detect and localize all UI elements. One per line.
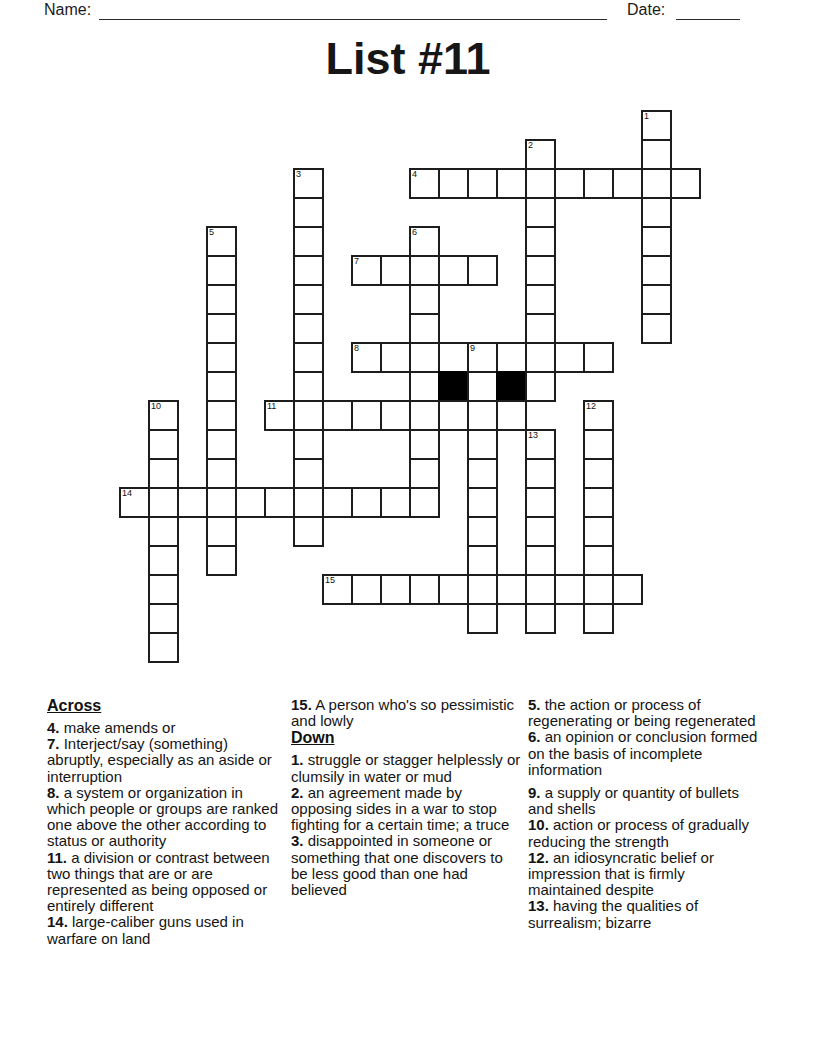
grid-cell-r14-c14[interactable]	[525, 516, 556, 547]
date-blank-line[interactable]	[676, 2, 740, 20]
grid-cell-r12-c14[interactable]	[525, 458, 556, 489]
clue-text: having the qualities of surrealism; biza…	[528, 897, 698, 930]
grid-cell-r2-c17[interactable]	[612, 168, 643, 199]
clue-column-1: Across4. make amends or7. Interject/say …	[47, 697, 283, 947]
clue-num-label: 7.	[47, 735, 60, 752]
grid-cell-r8-c11[interactable]	[438, 342, 469, 373]
grid-cell-r16-c16[interactable]	[583, 574, 614, 605]
grid-cell-r16-c17[interactable]	[612, 574, 643, 605]
grid-cell-r5-c14[interactable]	[525, 255, 556, 286]
grid-cell-r6-c14[interactable]	[525, 284, 556, 315]
grid-cell-r14-c12[interactable]	[467, 516, 498, 547]
clue-10-down: 10. action or process of gradually reduc…	[528, 817, 758, 849]
grid-cell-r7-c10[interactable]	[409, 313, 440, 344]
grid-cell-r5-c12[interactable]	[467, 255, 498, 286]
grid-cell-r13-c12[interactable]	[467, 487, 498, 518]
grid-cell-r8-c10[interactable]	[409, 342, 440, 373]
clue-text: an agreement made by opposing sides in a…	[291, 784, 509, 833]
clue-text: action or process of gradually reducing …	[528, 816, 749, 849]
grid-cell-r13-c6[interactable]	[293, 487, 324, 518]
clue-12-down: 12. an idiosyncratic belief or impressio…	[528, 850, 758, 899]
grid-cell-r5-c10[interactable]	[409, 255, 440, 286]
grid-cell-r17-c1[interactable]	[148, 603, 179, 634]
clue-2-down: 2. an agreement made by opposing sides i…	[291, 785, 523, 834]
grid-cell-r2-c16[interactable]	[583, 168, 614, 199]
grid-cell-r6-c18[interactable]	[641, 284, 672, 315]
clue-number-1: 1	[644, 112, 649, 121]
grid-cell-r15-c1[interactable]	[148, 545, 179, 576]
grid-cell-r2-c18[interactable]	[641, 168, 672, 199]
grid-cell-r13-c7[interactable]	[322, 487, 353, 518]
grid-cell-r10-c12[interactable]	[467, 400, 498, 431]
grid-cell-r7-c18[interactable]	[641, 313, 672, 344]
grid-cell-r16-c8[interactable]	[351, 574, 382, 605]
clue-num-label: 1.	[291, 751, 304, 768]
grid-cell-r12-c3[interactable]	[206, 458, 237, 489]
grid-cell-r13-c3[interactable]	[206, 487, 237, 518]
grid-cell-r8-c9[interactable]	[380, 342, 411, 373]
clue-number-6: 6	[412, 228, 417, 237]
grid-cell-r11-c3[interactable]	[206, 429, 237, 460]
clue-text: struggle or stagger helplessly or clumsi…	[291, 751, 520, 784]
clue-6-down: 6. an opinion or conclusion formed on th…	[528, 729, 758, 778]
clue-text: a division or contrast between two thing…	[47, 849, 270, 915]
grid-cell-r14-c3[interactable]	[206, 516, 237, 547]
clue-num-label: 13.	[528, 897, 549, 914]
grid-cell-r12-c10[interactable]	[409, 458, 440, 489]
grid-cell-r12-c16[interactable]	[583, 458, 614, 489]
grid-cell-r4-c6[interactable]	[293, 226, 324, 257]
clue-3-down: 3. disappointed in someone or something …	[291, 833, 523, 898]
grid-cell-r10-c7[interactable]	[322, 400, 353, 431]
grid-cell-r14-c6[interactable]	[293, 516, 324, 547]
clue-14-across: 14. large-caliber guns used in warfare o…	[47, 914, 283, 946]
grid-cell-r18-c1[interactable]	[148, 632, 179, 663]
grid-cell-r15-c14[interactable]	[525, 545, 556, 576]
date-label: Date:	[627, 1, 665, 19]
grid-cell-r2-c19[interactable]	[670, 168, 701, 199]
clue-13-down: 13. having the qualities of surrealism; …	[528, 898, 758, 930]
grid-cell-r11-c16[interactable]	[583, 429, 614, 460]
grid-cell-r8-c14[interactable]	[525, 342, 556, 373]
grid-cell-r4-c14[interactable]	[525, 226, 556, 257]
grid-cell-r10-c13[interactable]	[496, 400, 527, 431]
clue-1-down: 1. struggle or stagger helplessly or clu…	[291, 752, 523, 784]
grid-cell-r2-c12[interactable]	[467, 168, 498, 199]
grid-cell-r10-c9[interactable]	[380, 400, 411, 431]
grid-cell-r7-c3[interactable]	[206, 313, 237, 344]
clue-number-11: 11	[267, 402, 276, 411]
clue-4-across: 4. make amends or	[47, 720, 283, 736]
grid-cell-r9-c6[interactable]	[293, 371, 324, 402]
clue-7-across: 7. Interject/say (something) abruptly, e…	[47, 736, 283, 785]
clue-number-15: 15	[325, 576, 335, 585]
grid-cell-r12-c12[interactable]	[467, 458, 498, 489]
grid-cell-r10-c6[interactable]	[293, 400, 324, 431]
grid-cell-r16-c12[interactable]	[467, 574, 498, 605]
clue-number-5: 5	[209, 228, 214, 237]
clue-number-12: 12	[586, 402, 596, 411]
grid-cell-r6-c6[interactable]	[293, 284, 324, 315]
grid-cell-r13-c9[interactable]	[380, 487, 411, 518]
clue-num-label: 4.	[47, 719, 60, 736]
clue-num-label: 9.	[528, 784, 541, 801]
grid-cell-r3-c6[interactable]	[293, 197, 324, 228]
grid-cell-r3-c14[interactable]	[525, 197, 556, 228]
clue-11-across: 11. a division or contrast between two t…	[47, 850, 283, 915]
grid-cell-r8-c3[interactable]	[206, 342, 237, 373]
grid-cell-r8-c13[interactable]	[496, 342, 527, 373]
grid-cell-r9-c12[interactable]	[467, 371, 498, 402]
grid-cell-r16-c11[interactable]	[438, 574, 469, 605]
grid-cell-r13-c10[interactable]	[409, 487, 440, 518]
down-header: Down	[291, 729, 523, 746]
clue-num-label: 12.	[528, 849, 549, 866]
grid-cell-r8-c16[interactable]	[583, 342, 614, 373]
grid-cell-r1-c18[interactable]	[641, 139, 672, 170]
clue-column-3: 5. the action or process of regenerating…	[528, 697, 758, 931]
clue-15-across: 15. A person who's so pessimistic and lo…	[291, 697, 523, 729]
clue-num-label: 14.	[47, 913, 68, 930]
clue-number-2: 2	[528, 141, 533, 150]
grid-cell-r12-c1[interactable]	[148, 458, 179, 489]
grid-cell-r12-c6[interactable]	[293, 458, 324, 489]
grid-cell-r4-c18[interactable]	[641, 226, 672, 257]
grid-cell-r13-c2[interactable]	[177, 487, 208, 518]
grid-cell-r11-c10[interactable]	[409, 429, 440, 460]
grid-cell-r14-c1[interactable]	[148, 516, 179, 547]
grid-cell-r7-c6[interactable]	[293, 313, 324, 344]
name-blank-line[interactable]	[99, 2, 607, 20]
clue-num-label: 10.	[528, 816, 549, 833]
clue-9-down: 9. a supply or quantity of bullets and s…	[528, 785, 758, 817]
clue-number-14: 14	[122, 489, 132, 498]
clue-number-4: 4	[412, 170, 417, 179]
grid-cell-r6-c3[interactable]	[206, 284, 237, 315]
clue-text: A person who's so pessimistic and lowly	[291, 696, 514, 729]
grid-cell-r13-c16[interactable]	[583, 487, 614, 518]
page-title: List #11	[0, 33, 816, 85]
clue-column-2: 15. A person who's so pessimistic and lo…	[291, 697, 523, 898]
grid-cell-r15-c12[interactable]	[467, 545, 498, 576]
grid-cell-r2-c15[interactable]	[554, 168, 585, 199]
clue-text: a system or organization in which people…	[47, 784, 278, 850]
grid-cell-r15-c16[interactable]	[583, 545, 614, 576]
grid-cell-r14-c16[interactable]	[583, 516, 614, 547]
grid-cell-r17-c12[interactable]	[467, 603, 498, 634]
grid-cell-r16-c14[interactable]	[525, 574, 556, 605]
grid-cell-r13-c1[interactable]	[148, 487, 179, 518]
clue-text: a supply or quantity of bullets and shel…	[528, 784, 739, 817]
clue-num-label: 5.	[528, 696, 541, 713]
grid-cell-r8-c15[interactable]	[554, 342, 585, 373]
grid-cell-r11-c12[interactable]	[467, 429, 498, 460]
clue-text: an opinion or conclusion formed on the b…	[528, 728, 757, 777]
grid-cell-r2-c14[interactable]	[525, 168, 556, 199]
clue-number-7: 7	[354, 257, 359, 266]
grid-cell-r13-c14[interactable]	[525, 487, 556, 518]
grid-cell-r9-c10[interactable]	[409, 371, 440, 402]
grid-cell-r16-c9[interactable]	[380, 574, 411, 605]
grid-cell-r5-c18[interactable]	[641, 255, 672, 286]
black-cell-r9-c13	[496, 371, 527, 402]
grid-cell-r17-c16[interactable]	[583, 603, 614, 634]
grid-cell-r17-c14[interactable]	[525, 603, 556, 634]
grid-cell-r5-c3[interactable]	[206, 255, 237, 286]
worksheet-page: Name: Date: List #11 1234567891011121314…	[0, 0, 816, 1056]
grid-cell-r15-c3[interactable]	[206, 545, 237, 576]
clue-number-10: 10	[151, 402, 161, 411]
clue-num-label: 3.	[291, 832, 304, 849]
clue-text: large-caliber guns used in warfare on la…	[47, 913, 244, 946]
clue-text: an idiosyncratic belief or impression th…	[528, 849, 714, 898]
clue-5-down: 5. the action or process of regenerating…	[528, 697, 758, 729]
clue-num-label: 6.	[528, 728, 541, 745]
grid-cell-r8-c6[interactable]	[293, 342, 324, 373]
black-cell-r9-c11	[438, 371, 469, 402]
grid-cell-r11-c1[interactable]	[148, 429, 179, 460]
grid-cell-r9-c3[interactable]	[206, 371, 237, 402]
clue-number-9: 9	[470, 344, 475, 353]
grid-cell-r2-c11[interactable]	[438, 168, 469, 199]
clue-number-8: 8	[354, 344, 359, 353]
clue-text: make amends or	[60, 719, 176, 736]
grid-cell-r5-c11[interactable]	[438, 255, 469, 286]
grid-cell-r16-c15[interactable]	[554, 574, 585, 605]
grid-cell-r11-c6[interactable]	[293, 429, 324, 460]
clue-8-across: 8. a system or organization in which peo…	[47, 785, 283, 850]
clue-text: the action or process of regenerating or…	[528, 696, 756, 729]
grid-cell-r16-c1[interactable]	[148, 574, 179, 605]
name-label: Name:	[44, 1, 91, 19]
clue-number-3: 3	[296, 170, 301, 179]
clue-text: Interject/say (something) abruptly, espe…	[47, 735, 272, 784]
clue-text: disappointed in someone or something tha…	[291, 832, 503, 898]
grid-cell-r16-c10[interactable]	[409, 574, 440, 605]
grid-cell-r3-c18[interactable]	[641, 197, 672, 228]
grid-cell-r13-c5[interactable]	[264, 487, 295, 518]
grid-cell-r10-c10[interactable]	[409, 400, 440, 431]
grid-cell-r2-c13[interactable]	[496, 168, 527, 199]
grid-cell-r10-c8[interactable]	[351, 400, 382, 431]
clue-num-label: 15.	[291, 696, 312, 713]
grid-cell-r16-c13[interactable]	[496, 574, 527, 605]
grid-cell-r9-c14[interactable]	[525, 371, 556, 402]
clue-num-label: 2.	[291, 784, 304, 801]
clue-num-label: 8.	[47, 784, 60, 801]
grid-cell-r10-c11[interactable]	[438, 400, 469, 431]
grid-cell-r10-c3[interactable]	[206, 400, 237, 431]
grid-cell-r6-c10[interactable]	[409, 284, 440, 315]
grid-cell-r5-c6[interactable]	[293, 255, 324, 286]
grid-cell-r5-c9[interactable]	[380, 255, 411, 286]
grid-cell-r13-c4[interactable]	[235, 487, 266, 518]
grid-cell-r7-c14[interactable]	[525, 313, 556, 344]
across-header: Across	[47, 697, 283, 714]
clue-num-label: 11.	[47, 849, 67, 866]
clue-number-13: 13	[528, 431, 538, 440]
grid-cell-r13-c8[interactable]	[351, 487, 382, 518]
crossword-grid: 123456789101112131415	[119, 110, 701, 663]
